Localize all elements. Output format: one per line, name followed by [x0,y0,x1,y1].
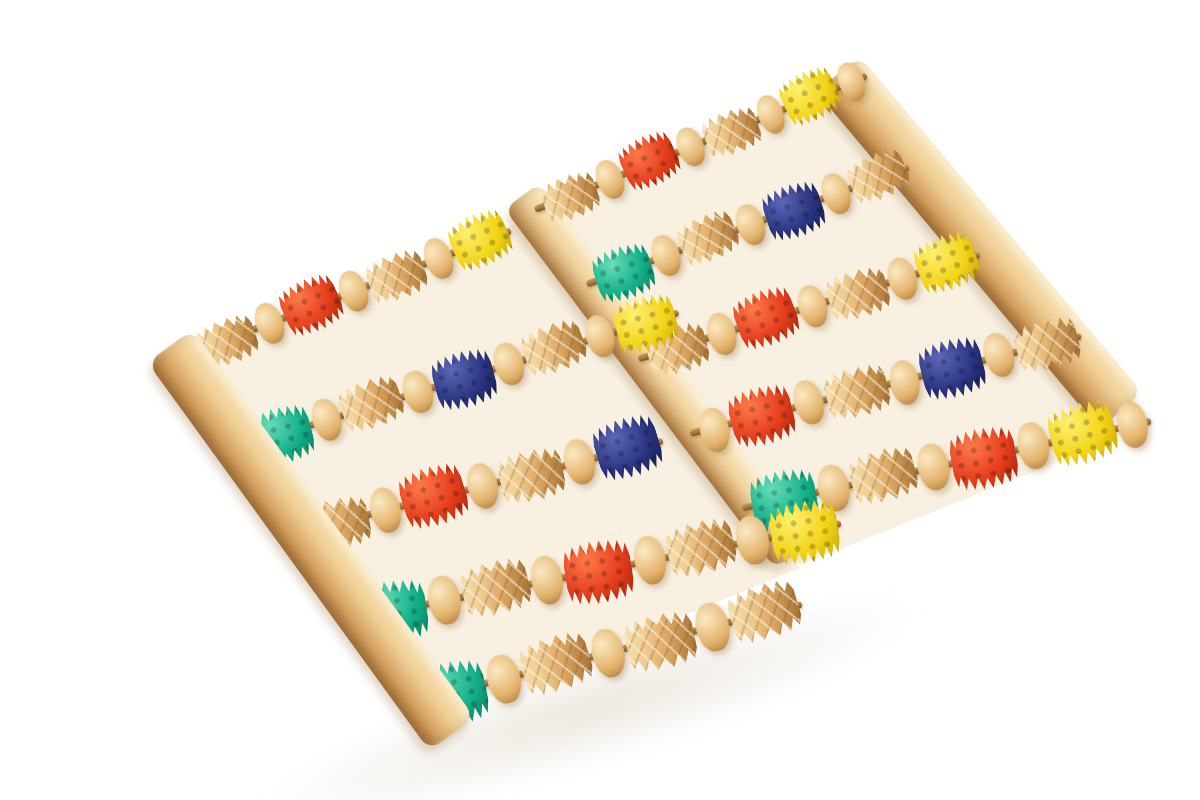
wood-bead [586,625,629,681]
wood-bead [691,599,734,655]
wood-bead [630,533,670,586]
wood-bead [560,436,600,488]
wood-bead [462,460,502,512]
wood-bead [365,484,405,536]
wood-bead [914,441,954,493]
wood-bead [1113,399,1153,451]
colored-roller-red [946,423,1021,495]
colored-roller-yellow [766,495,842,568]
wood-bead [886,357,924,407]
massager-board [0,0,1200,800]
wood-bead [733,513,773,566]
wood-bead [527,553,567,606]
wood-bead [398,366,438,416]
wood-bead [482,651,525,707]
wood-bead [1013,420,1053,472]
wood-bead [424,573,464,626]
colored-roller-red [561,535,637,608]
